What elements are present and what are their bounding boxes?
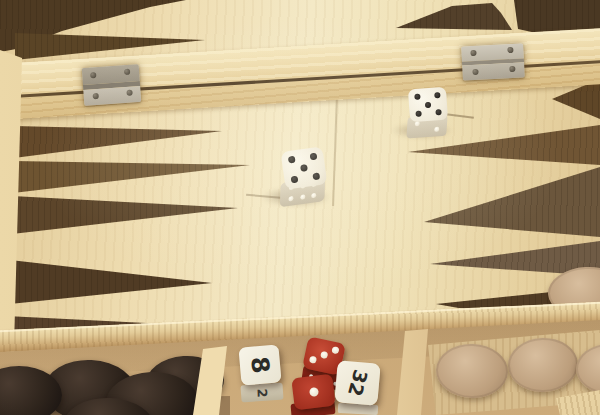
pip <box>416 111 422 117</box>
pip <box>414 93 420 99</box>
pip <box>435 109 441 115</box>
pip <box>331 346 339 354</box>
pip <box>311 193 316 199</box>
pip <box>300 164 308 172</box>
cube-top-face: 32 <box>334 360 380 406</box>
pip <box>434 92 440 98</box>
pip <box>320 351 328 359</box>
doubling-cube-32[interactable]: 32 <box>334 360 382 414</box>
doubling-cube-8[interactable]: 2 8 <box>238 344 284 400</box>
white-die-1[interactable] <box>277 147 331 205</box>
cube-top-label: 8 <box>245 355 275 375</box>
cube-top-label: 32 <box>343 367 371 398</box>
pip <box>288 196 293 202</box>
pip <box>291 175 299 183</box>
right-hinge <box>461 43 525 80</box>
die-top-face <box>408 87 448 123</box>
die-top-face <box>291 374 336 411</box>
pip <box>288 156 296 164</box>
pip <box>425 101 431 107</box>
pip <box>434 127 439 132</box>
die-top-face <box>281 146 328 189</box>
cube-front-label: 2 <box>254 388 269 398</box>
pip <box>300 194 305 200</box>
cube-front-face: 2 <box>240 383 283 403</box>
cube-top-face: 8 <box>238 344 281 385</box>
pip <box>312 172 320 180</box>
left-hinge <box>82 64 142 106</box>
white-die-2[interactable] <box>403 86 453 138</box>
backgammon-box: 2 8 32 <box>0 0 600 415</box>
pip <box>308 387 318 397</box>
pip <box>309 356 317 364</box>
red-die-2[interactable] <box>290 374 338 415</box>
pip <box>309 153 317 161</box>
